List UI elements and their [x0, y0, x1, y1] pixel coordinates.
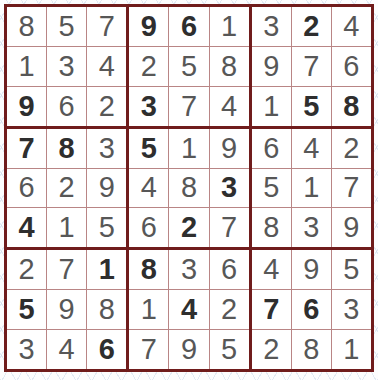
cell-r5c8[interactable]: 1: [292, 169, 331, 208]
cell-r3c2[interactable]: 6: [47, 87, 86, 126]
cell-r4c4[interactable]: 5: [129, 129, 168, 168]
cell-r3c3[interactable]: 2: [87, 87, 126, 126]
box-1-1: 519483627: [129, 129, 248, 248]
cell-r9c3[interactable]: 6: [87, 330, 126, 369]
cell-r3c1[interactable]: 9: [7, 87, 46, 126]
cell-r1c8[interactable]: 2: [292, 7, 331, 46]
cell-r6c1[interactable]: 4: [7, 208, 46, 247]
cell-r7c3[interactable]: 1: [87, 250, 126, 289]
cell-r9c9[interactable]: 1: [332, 330, 371, 369]
cell-r6c8[interactable]: 3: [292, 208, 331, 247]
cell-r1c7[interactable]: 3: [252, 7, 291, 46]
cell-r5c1[interactable]: 6: [7, 169, 46, 208]
cell-r8c9[interactable]: 3: [332, 290, 371, 329]
cell-r5c9[interactable]: 7: [332, 169, 371, 208]
cell-r6c4[interactable]: 6: [129, 208, 168, 247]
cell-r7c7[interactable]: 4: [252, 250, 291, 289]
cell-r2c7[interactable]: 9: [252, 47, 291, 86]
cell-r3c7[interactable]: 1: [252, 87, 291, 126]
box-0-2: 324976158: [252, 7, 371, 126]
cell-r4c1[interactable]: 7: [7, 129, 46, 168]
box-2-2: 495763281: [252, 250, 371, 369]
cell-r2c4[interactable]: 2: [129, 47, 168, 86]
cell-r7c2[interactable]: 7: [47, 250, 86, 289]
cell-r2c9[interactable]: 6: [332, 47, 371, 86]
cell-r9c6[interactable]: 5: [210, 330, 249, 369]
cell-r1c9[interactable]: 4: [332, 7, 371, 46]
cell-r3c4[interactable]: 3: [129, 87, 168, 126]
sudoku-board: 8571349629612583743249761587836294155194…: [4, 4, 374, 372]
cell-r2c3[interactable]: 4: [87, 47, 126, 86]
cell-r5c7[interactable]: 5: [252, 169, 291, 208]
cell-r4c8[interactable]: 4: [292, 129, 331, 168]
cell-r2c8[interactable]: 7: [292, 47, 331, 86]
cell-r6c7[interactable]: 8: [252, 208, 291, 247]
cell-r3c8[interactable]: 5: [292, 87, 331, 126]
cell-r1c1[interactable]: 8: [7, 7, 46, 46]
cell-r7c4[interactable]: 8: [129, 250, 168, 289]
cell-r6c3[interactable]: 5: [87, 208, 126, 247]
cell-r6c2[interactable]: 1: [47, 208, 86, 247]
cell-r6c5[interactable]: 2: [169, 208, 208, 247]
cell-r4c5[interactable]: 1: [169, 129, 208, 168]
cell-r6c9[interactable]: 9: [332, 208, 371, 247]
cell-r4c2[interactable]: 8: [47, 129, 86, 168]
cell-r9c1[interactable]: 3: [7, 330, 46, 369]
cell-r1c5[interactable]: 6: [169, 7, 208, 46]
cell-r4c6[interactable]: 9: [210, 129, 249, 168]
cell-r8c5[interactable]: 4: [169, 290, 208, 329]
cell-r7c1[interactable]: 2: [7, 250, 46, 289]
cell-r9c2[interactable]: 4: [47, 330, 86, 369]
cell-r8c6[interactable]: 2: [210, 290, 249, 329]
cell-r9c5[interactable]: 9: [169, 330, 208, 369]
box-2-0: 271598346: [7, 250, 126, 369]
cell-r8c7[interactable]: 7: [252, 290, 291, 329]
box-1-0: 783629415: [7, 129, 126, 248]
cell-r8c2[interactable]: 9: [47, 290, 86, 329]
cell-r6c6[interactable]: 7: [210, 208, 249, 247]
cell-r9c4[interactable]: 7: [129, 330, 168, 369]
cell-r1c6[interactable]: 1: [210, 7, 249, 46]
box-0-1: 961258374: [129, 7, 248, 126]
cell-r7c8[interactable]: 9: [292, 250, 331, 289]
cell-r2c1[interactable]: 1: [7, 47, 46, 86]
cell-r8c3[interactable]: 8: [87, 290, 126, 329]
cell-r5c2[interactable]: 2: [47, 169, 86, 208]
cell-r3c9[interactable]: 8: [332, 87, 371, 126]
box-0-0: 857134962: [7, 7, 126, 126]
cell-r4c9[interactable]: 2: [332, 129, 371, 168]
cell-r4c3[interactable]: 3: [87, 129, 126, 168]
cell-r5c5[interactable]: 8: [169, 169, 208, 208]
cell-r9c7[interactable]: 2: [252, 330, 291, 369]
cell-r4c7[interactable]: 6: [252, 129, 291, 168]
cell-r1c3[interactable]: 7: [87, 7, 126, 46]
cell-r8c8[interactable]: 6: [292, 290, 331, 329]
cell-r1c2[interactable]: 5: [47, 7, 86, 46]
cell-r5c3[interactable]: 9: [87, 169, 126, 208]
cell-r1c4[interactable]: 9: [129, 7, 168, 46]
cell-r3c5[interactable]: 7: [169, 87, 208, 126]
box-2-1: 836142795: [129, 250, 248, 369]
cell-r7c6[interactable]: 6: [210, 250, 249, 289]
cell-r5c4[interactable]: 4: [129, 169, 168, 208]
cell-r7c9[interactable]: 5: [332, 250, 371, 289]
cell-r7c5[interactable]: 3: [169, 250, 208, 289]
cell-r3c6[interactable]: 4: [210, 87, 249, 126]
cell-r5c6[interactable]: 3: [210, 169, 249, 208]
cell-r8c1[interactable]: 5: [7, 290, 46, 329]
cell-r9c8[interactable]: 8: [292, 330, 331, 369]
cell-r8c4[interactable]: 1: [129, 290, 168, 329]
cell-r2c5[interactable]: 5: [169, 47, 208, 86]
box-1-2: 642517839: [252, 129, 371, 248]
cell-r2c2[interactable]: 3: [47, 47, 86, 86]
cell-r2c6[interactable]: 8: [210, 47, 249, 86]
